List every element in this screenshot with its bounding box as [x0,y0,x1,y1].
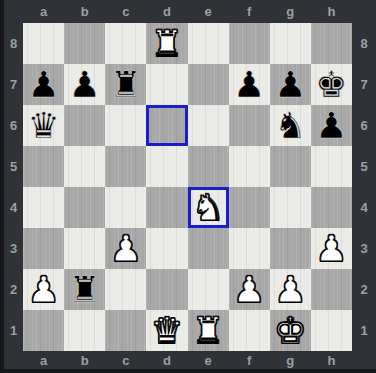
square-b2[interactable]: ♜ [64,269,105,310]
square-c5[interactable] [105,146,146,187]
square-f5[interactable] [229,146,270,187]
black-pawn-icon[interactable]: ♟ [274,67,306,103]
rank-label-left-6: 6 [4,105,23,146]
black-knight-icon[interactable]: ♞ [274,108,306,144]
square-d4[interactable] [146,187,187,228]
rank-label-left-1: 1 [4,310,23,351]
square-h8[interactable] [311,23,352,64]
rank-label-right-3: 3 [352,228,376,269]
square-g8[interactable] [270,23,311,64]
square-c2[interactable] [105,269,146,310]
square-h7[interactable]: ♚ [311,64,352,105]
square-a5[interactable] [23,146,64,187]
square-e7[interactable] [188,64,229,105]
square-c1[interactable] [105,310,146,351]
black-pawn-icon[interactable]: ♟ [27,67,59,103]
rank-label-right-4: 4 [352,187,376,228]
black-pawn-icon[interactable]: ♟ [69,67,101,103]
square-h1[interactable] [311,310,352,351]
square-d3[interactable] [146,228,187,269]
square-f1[interactable] [229,310,270,351]
rank-label-left-3: 3 [4,228,23,269]
square-f8[interactable] [229,23,270,64]
square-h5[interactable] [311,146,352,187]
square-h2[interactable] [311,269,352,310]
square-b6[interactable] [64,105,105,146]
rank-label-right-1: 1 [352,310,376,351]
black-rook-icon[interactable]: ♜ [69,272,101,308]
square-g3[interactable] [270,228,311,269]
file-label-bottom-d: d [146,351,187,369]
square-b1[interactable] [64,310,105,351]
white-queen-icon[interactable]: ♛ [151,313,183,349]
square-b5[interactable] [64,146,105,187]
black-king-icon[interactable]: ♚ [315,67,347,103]
white-pawn-icon[interactable]: ♟ [274,272,306,308]
square-g2[interactable]: ♟ [270,269,311,310]
square-d6[interactable] [146,105,187,146]
file-labels-top: abcdefgh [23,0,352,23]
rank-labels-left: 87654321 [0,23,23,351]
rank-label-left-7: 7 [4,64,23,105]
chess-board: ♜♟♟♜♟♟♚♛♞♟♞♟♟♟♜♟♟♛♜♚ [23,23,352,351]
square-e2[interactable] [188,269,229,310]
square-a4[interactable] [23,187,64,228]
white-knight-icon[interactable]: ♞ [192,190,224,226]
file-label-bottom-e: e [188,351,229,369]
file-label-bottom-h: h [311,351,352,369]
square-e6[interactable] [188,105,229,146]
square-g7[interactable]: ♟ [270,64,311,105]
black-pawn-icon[interactable]: ♟ [315,108,347,144]
white-pawn-icon[interactable]: ♟ [27,272,59,308]
square-a3[interactable] [23,228,64,269]
square-h6[interactable]: ♟ [311,105,352,146]
white-rook-icon[interactable]: ♜ [192,313,224,349]
square-d2[interactable] [146,269,187,310]
file-label-bottom-a: a [23,351,64,369]
black-pawn-icon[interactable]: ♟ [233,67,265,103]
rank-label-left-8: 8 [4,23,23,64]
black-queen-icon[interactable]: ♛ [27,108,59,144]
square-e5[interactable] [188,146,229,187]
square-d1[interactable]: ♛ [146,310,187,351]
square-b8[interactable] [64,23,105,64]
square-e8[interactable] [188,23,229,64]
square-g5[interactable] [270,146,311,187]
rank-label-right-5: 5 [352,146,376,187]
square-c4[interactable] [105,187,146,228]
rank-labels-right: 87654321 [352,23,376,351]
square-g1[interactable]: ♚ [270,310,311,351]
white-king-icon[interactable]: ♚ [274,313,306,349]
square-f3[interactable] [229,228,270,269]
file-label-top-g: g [270,0,311,23]
square-e3[interactable] [188,228,229,269]
square-a6[interactable]: ♛ [23,105,64,146]
square-c7[interactable]: ♜ [105,64,146,105]
rank-label-right-7: 7 [352,64,376,105]
square-d7[interactable] [146,64,187,105]
square-a2[interactable]: ♟ [23,269,64,310]
panel-edge-bottom [0,369,376,373]
square-c8[interactable] [105,23,146,64]
square-c3[interactable]: ♟ [105,228,146,269]
square-a8[interactable] [23,23,64,64]
rank-label-left-2: 2 [4,269,23,310]
square-b3[interactable] [64,228,105,269]
square-g4[interactable] [270,187,311,228]
square-a7[interactable]: ♟ [23,64,64,105]
square-g6[interactable]: ♞ [270,105,311,146]
square-h4[interactable] [311,187,352,228]
white-pawn-icon[interactable]: ♟ [110,231,142,267]
rank-label-left-5: 5 [4,146,23,187]
file-label-bottom-g: g [270,351,311,369]
square-d5[interactable] [146,146,187,187]
square-e1[interactable]: ♜ [188,310,229,351]
square-b4[interactable] [64,187,105,228]
chess-board-panel: abcdefgh abcdefgh 87654321 87654321 ♜♟♟♜… [0,0,376,373]
square-f4[interactable] [229,187,270,228]
white-pawn-icon[interactable]: ♟ [233,272,265,308]
white-pawn-icon[interactable]: ♟ [315,231,347,267]
file-label-top-b: b [64,0,105,23]
file-labels-bottom: abcdefgh [23,351,352,369]
square-b7[interactable]: ♟ [64,64,105,105]
square-h3[interactable]: ♟ [311,228,352,269]
square-f2[interactable]: ♟ [229,269,270,310]
file-label-top-e: e [188,0,229,23]
black-rook-icon[interactable]: ♜ [110,67,142,103]
white-rook-icon[interactable]: ♜ [151,26,183,62]
rank-label-right-8: 8 [352,23,376,64]
file-label-top-f: f [229,0,270,23]
square-a1[interactable] [23,310,64,351]
file-label-bottom-b: b [64,351,105,369]
rank-label-right-2: 2 [352,269,376,310]
square-e4[interactable]: ♞ [188,187,229,228]
file-label-top-c: c [105,0,146,23]
square-f6[interactable] [229,105,270,146]
file-label-top-d: d [146,0,187,23]
file-label-bottom-f: f [229,351,270,369]
rank-label-right-6: 6 [352,105,376,146]
file-label-top-h: h [311,0,352,23]
file-label-bottom-c: c [105,351,146,369]
rank-label-left-4: 4 [4,187,23,228]
file-label-top-a: a [23,0,64,23]
square-c6[interactable] [105,105,146,146]
square-d8[interactable]: ♜ [146,23,187,64]
square-f7[interactable]: ♟ [229,64,270,105]
